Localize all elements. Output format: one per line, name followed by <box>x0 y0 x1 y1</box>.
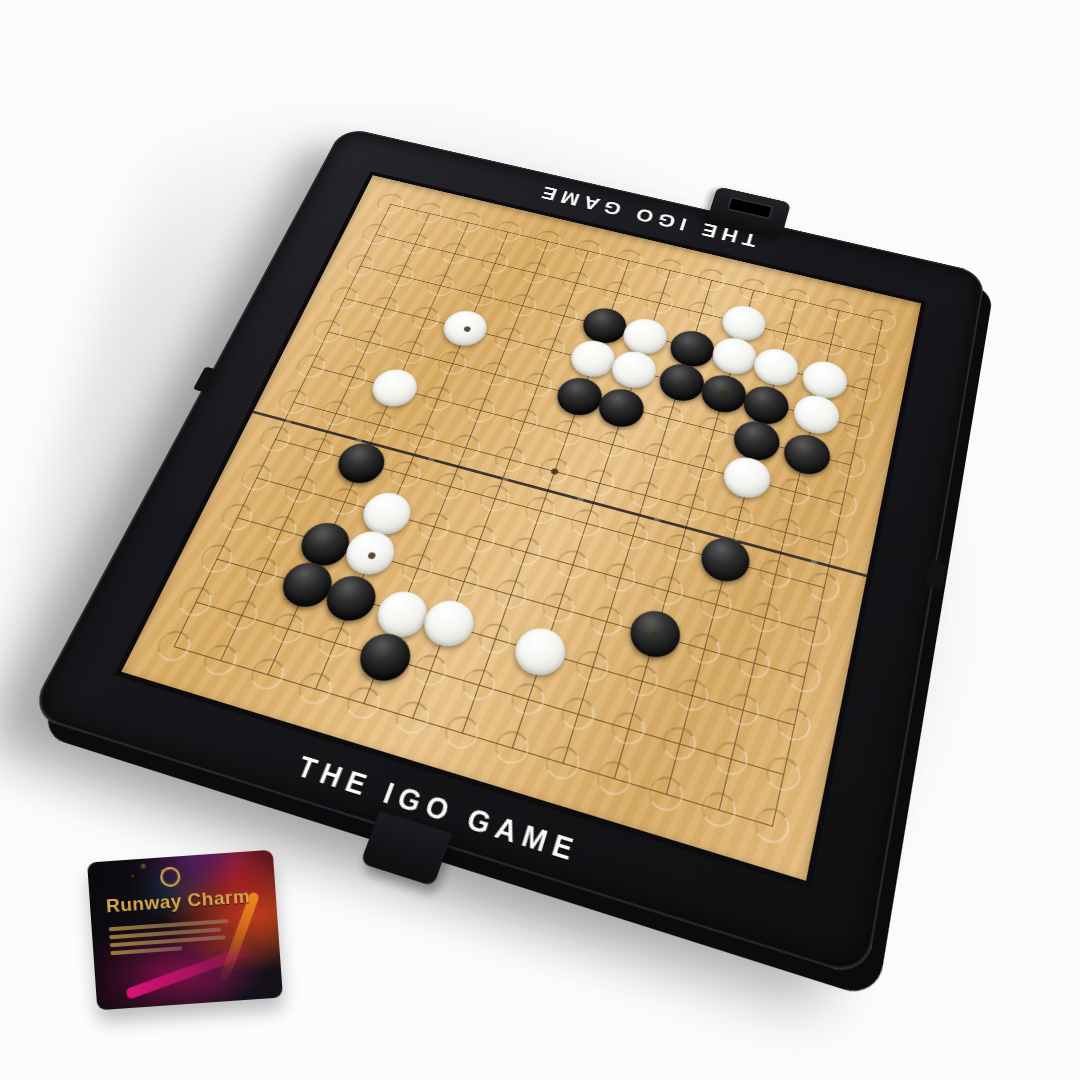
card-fine-print-line <box>110 946 182 955</box>
card-fine-print <box>109 919 231 959</box>
card-title: Runway Charm <box>105 885 250 917</box>
promo-card: Runway Charm <box>87 850 283 1011</box>
latch-top-slot <box>727 197 774 220</box>
card-logo-icon <box>160 866 181 887</box>
